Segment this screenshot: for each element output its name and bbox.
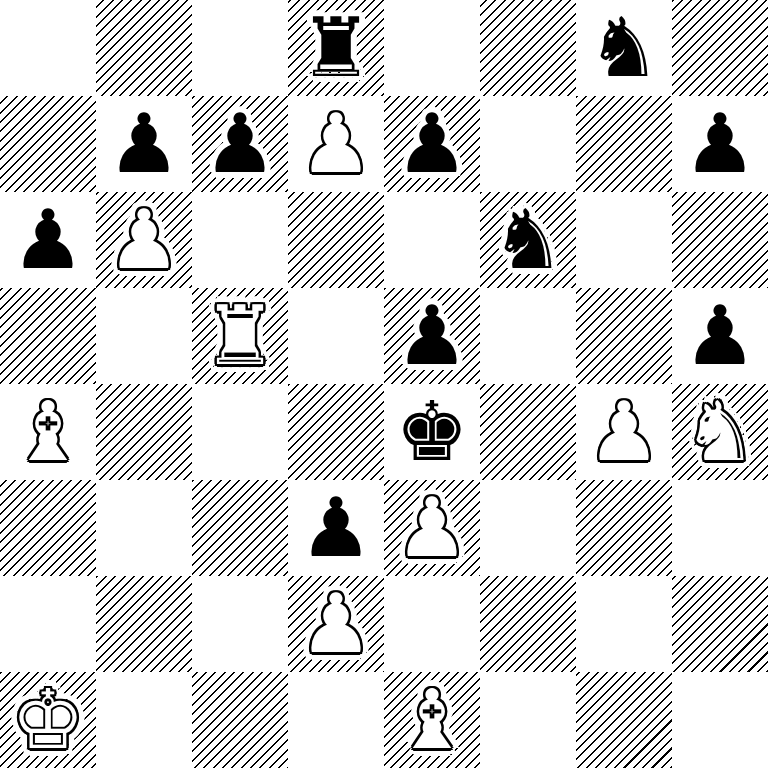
square-e6[interactable] xyxy=(384,192,480,288)
square-f4[interactable] xyxy=(480,384,576,480)
square-h3[interactable] xyxy=(672,480,768,576)
square-g8[interactable]: ♞ xyxy=(576,0,672,96)
piece-white-knight[interactable]: ♞ xyxy=(683,384,757,480)
square-f1[interactable] xyxy=(480,672,576,768)
piece-white-pawn[interactable]: ♟ xyxy=(587,384,661,480)
square-e4[interactable]: ♚ xyxy=(384,384,480,480)
square-b6[interactable]: ♟ xyxy=(96,192,192,288)
piece-white-pawn[interactable]: ♟ xyxy=(107,192,181,288)
square-a1[interactable]: ♚ xyxy=(0,672,96,768)
square-c5[interactable]: ♜ xyxy=(192,288,288,384)
piece-black-knight[interactable]: ♞ xyxy=(587,0,661,96)
square-c3[interactable] xyxy=(192,480,288,576)
square-g4[interactable]: ♟ xyxy=(576,384,672,480)
square-b5[interactable] xyxy=(96,288,192,384)
square-d7[interactable]: ♟ xyxy=(288,96,384,192)
square-f3[interactable] xyxy=(480,480,576,576)
square-b7[interactable]: ♟ xyxy=(96,96,192,192)
square-h7[interactable]: ♟ xyxy=(672,96,768,192)
piece-black-pawn[interactable]: ♟ xyxy=(395,288,469,384)
square-g5[interactable] xyxy=(576,288,672,384)
square-h1[interactable] xyxy=(672,672,768,768)
square-g6[interactable] xyxy=(576,192,672,288)
square-f2[interactable] xyxy=(480,576,576,672)
piece-white-pawn[interactable]: ♟ xyxy=(299,96,373,192)
square-d8[interactable]: ♜ xyxy=(288,0,384,96)
square-e7[interactable]: ♟ xyxy=(384,96,480,192)
piece-white-king[interactable]: ♚ xyxy=(11,672,85,768)
piece-black-rook[interactable]: ♜ xyxy=(299,0,373,96)
square-c8[interactable] xyxy=(192,0,288,96)
square-a4[interactable]: ♝ xyxy=(0,384,96,480)
piece-white-bishop[interactable]: ♝ xyxy=(395,672,469,768)
square-b3[interactable] xyxy=(96,480,192,576)
square-g1[interactable] xyxy=(576,672,672,768)
square-d1[interactable] xyxy=(288,672,384,768)
piece-black-pawn[interactable]: ♟ xyxy=(11,192,85,288)
square-e8[interactable] xyxy=(384,0,480,96)
square-a3[interactable] xyxy=(0,480,96,576)
square-f6[interactable]: ♞ xyxy=(480,192,576,288)
square-d3[interactable]: ♟ xyxy=(288,480,384,576)
square-a5[interactable] xyxy=(0,288,96,384)
square-b8[interactable] xyxy=(96,0,192,96)
square-e5[interactable]: ♟ xyxy=(384,288,480,384)
piece-black-pawn[interactable]: ♟ xyxy=(107,96,181,192)
square-h5[interactable]: ♟ xyxy=(672,288,768,384)
square-f5[interactable] xyxy=(480,288,576,384)
piece-black-knight[interactable]: ♞ xyxy=(491,192,565,288)
square-g3[interactable] xyxy=(576,480,672,576)
square-g7[interactable] xyxy=(576,96,672,192)
square-e2[interactable] xyxy=(384,576,480,672)
square-a8[interactable] xyxy=(0,0,96,96)
square-h8[interactable] xyxy=(672,0,768,96)
piece-black-king[interactable]: ♚ xyxy=(395,384,469,480)
square-b2[interactable] xyxy=(96,576,192,672)
square-h6[interactable] xyxy=(672,192,768,288)
square-a6[interactable]: ♟ xyxy=(0,192,96,288)
square-e3[interactable]: ♟ xyxy=(384,480,480,576)
piece-black-pawn[interactable]: ♟ xyxy=(683,288,757,384)
square-c4[interactable] xyxy=(192,384,288,480)
piece-white-bishop[interactable]: ♝ xyxy=(11,384,85,480)
square-e1[interactable]: ♝ xyxy=(384,672,480,768)
piece-black-pawn[interactable]: ♟ xyxy=(395,96,469,192)
square-f7[interactable] xyxy=(480,96,576,192)
square-d5[interactable] xyxy=(288,288,384,384)
piece-white-rook[interactable]: ♜ xyxy=(203,288,277,384)
chess-board: ♜♞♟♟♟♟♟♟♟♞♜♟♟♝♚♟♞♟♟♟♚♝ xyxy=(0,0,768,768)
square-h4[interactable]: ♞ xyxy=(672,384,768,480)
piece-white-pawn[interactable]: ♟ xyxy=(395,480,469,576)
piece-white-pawn[interactable]: ♟ xyxy=(299,576,373,672)
square-d2[interactable]: ♟ xyxy=(288,576,384,672)
piece-black-pawn[interactable]: ♟ xyxy=(203,96,277,192)
square-d6[interactable] xyxy=(288,192,384,288)
square-c2[interactable] xyxy=(192,576,288,672)
square-d4[interactable] xyxy=(288,384,384,480)
square-b4[interactable] xyxy=(96,384,192,480)
square-c6[interactable] xyxy=(192,192,288,288)
square-a2[interactable] xyxy=(0,576,96,672)
square-b1[interactable] xyxy=(96,672,192,768)
square-a7[interactable] xyxy=(0,96,96,192)
square-c1[interactable] xyxy=(192,672,288,768)
piece-black-pawn[interactable]: ♟ xyxy=(683,96,757,192)
square-f8[interactable] xyxy=(480,0,576,96)
square-h2[interactable] xyxy=(672,576,768,672)
piece-black-pawn[interactable]: ♟ xyxy=(299,480,373,576)
square-g2[interactable] xyxy=(576,576,672,672)
square-c7[interactable]: ♟ xyxy=(192,96,288,192)
